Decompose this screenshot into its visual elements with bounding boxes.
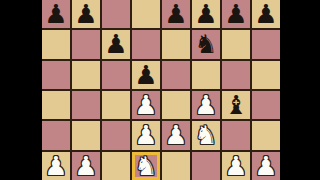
white-knight-icon: ♞	[194, 122, 217, 148]
square-d4[interactable]: ♟	[132, 91, 160, 119]
square-c2[interactable]	[102, 152, 130, 180]
black-pawn-icon: ♟	[44, 1, 67, 27]
square-g2[interactable]: ♟	[222, 152, 250, 180]
square-h4[interactable]	[252, 91, 280, 119]
square-e3[interactable]: ♟	[162, 121, 190, 149]
square-a4[interactable]	[42, 91, 70, 119]
square-b4[interactable]	[72, 91, 100, 119]
square-a3[interactable]	[42, 121, 70, 149]
square-f6[interactable]: ♞	[192, 30, 220, 58]
white-pawn-icon: ♟	[134, 92, 157, 118]
square-h2[interactable]: ♟	[252, 152, 280, 180]
black-pawn-icon: ♟	[194, 1, 217, 27]
black-pawn-icon: ♟	[254, 1, 277, 27]
black-pawn-icon: ♟	[74, 1, 97, 27]
square-g3[interactable]	[222, 121, 250, 149]
white-pawn-icon: ♟	[224, 153, 247, 179]
black-pawn-icon: ♟	[134, 62, 157, 88]
square-c7[interactable]	[102, 0, 130, 28]
black-pawn-icon: ♟	[104, 31, 127, 57]
square-d2[interactable]: ♞	[132, 152, 160, 180]
square-g5[interactable]	[222, 61, 250, 89]
white-pawn-icon: ♟	[194, 92, 217, 118]
square-e2[interactable]	[162, 152, 190, 180]
square-f3[interactable]: ♞	[192, 121, 220, 149]
square-d5[interactable]: ♟	[132, 61, 160, 89]
square-f2[interactable]	[192, 152, 220, 180]
square-c5[interactable]	[102, 61, 130, 89]
square-e4[interactable]	[162, 91, 190, 119]
white-pawn-icon: ♟	[134, 122, 157, 148]
square-b6[interactable]	[72, 30, 100, 58]
chess-board: ♟♟♟♟♟♟♟♞♟♟♟♝♟♟♞♟♟♞♟♟	[42, 0, 280, 180]
square-a6[interactable]	[42, 30, 70, 58]
white-pawn-icon: ♟	[44, 153, 67, 179]
square-e7[interactable]: ♟	[162, 0, 190, 28]
square-a7[interactable]: ♟	[42, 0, 70, 28]
square-d6[interactable]	[132, 30, 160, 58]
square-d3[interactable]: ♟	[132, 121, 160, 149]
square-h7[interactable]: ♟	[252, 0, 280, 28]
square-f5[interactable]	[192, 61, 220, 89]
square-b7[interactable]: ♟	[72, 0, 100, 28]
square-g6[interactable]	[222, 30, 250, 58]
square-g4[interactable]: ♝	[222, 91, 250, 119]
black-pawn-icon: ♟	[164, 1, 187, 27]
video-frame: ♟♟♟♟♟♟♟♞♟♟♟♝♟♟♞♟♟♞♟♟	[0, 0, 320, 180]
square-a5[interactable]	[42, 61, 70, 89]
square-e6[interactable]	[162, 30, 190, 58]
square-c6[interactable]: ♟	[102, 30, 130, 58]
square-e5[interactable]	[162, 61, 190, 89]
black-pawn-icon: ♟	[224, 1, 247, 27]
square-c4[interactable]	[102, 91, 130, 119]
square-f4[interactable]: ♟	[192, 91, 220, 119]
square-a2[interactable]: ♟	[42, 152, 70, 180]
white-pawn-icon: ♟	[254, 153, 277, 179]
black-knight-icon: ♞	[194, 31, 217, 57]
square-b3[interactable]	[72, 121, 100, 149]
square-h5[interactable]	[252, 61, 280, 89]
square-f7[interactable]: ♟	[192, 0, 220, 28]
square-b2[interactable]: ♟	[72, 152, 100, 180]
white-pawn-icon: ♟	[164, 122, 187, 148]
square-d7[interactable]	[132, 0, 160, 28]
square-h3[interactable]	[252, 121, 280, 149]
white-knight-icon: ♞	[134, 153, 157, 179]
white-pawn-icon: ♟	[74, 153, 97, 179]
square-c3[interactable]	[102, 121, 130, 149]
square-b5[interactable]	[72, 61, 100, 89]
square-h6[interactable]	[252, 30, 280, 58]
square-g7[interactable]: ♟	[222, 0, 250, 28]
black-bishop-icon: ♝	[224, 92, 247, 118]
